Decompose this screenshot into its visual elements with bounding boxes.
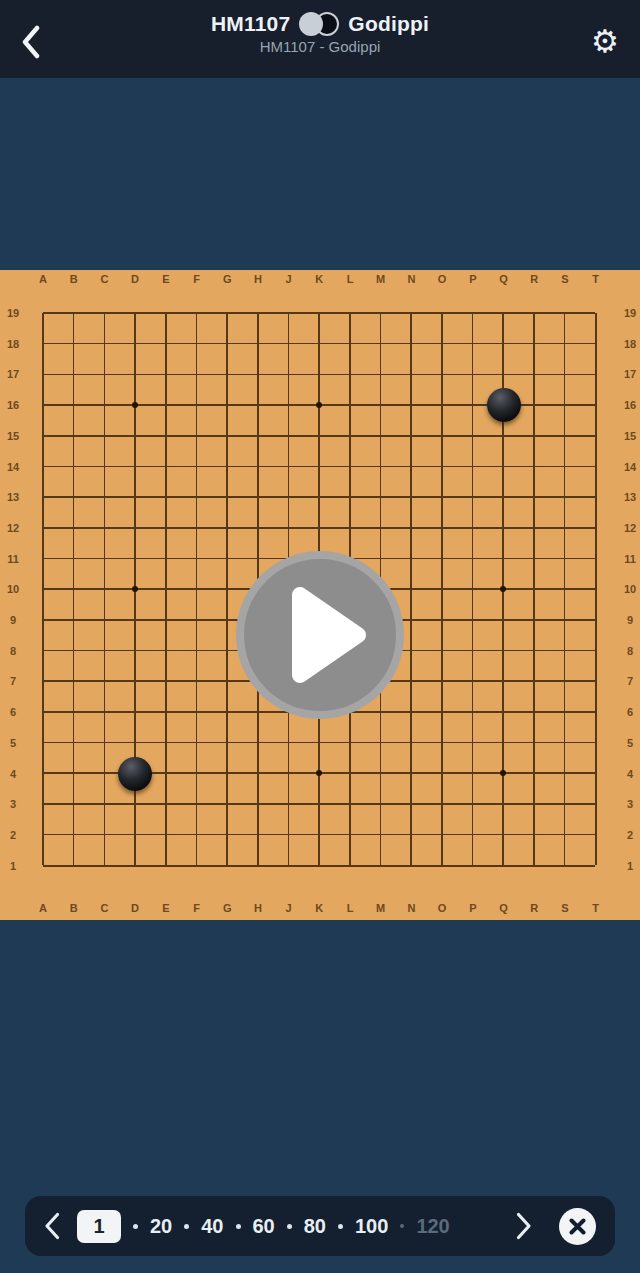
board-intersection[interactable] — [549, 451, 580, 482]
board-intersection[interactable] — [89, 850, 120, 881]
board-intersection[interactable] — [396, 359, 427, 390]
board-intersection[interactable] — [396, 758, 427, 789]
board-intersection[interactable] — [427, 543, 458, 574]
board-intersection[interactable] — [549, 605, 580, 636]
board-intersection[interactable] — [396, 574, 427, 605]
board-intersection[interactable] — [365, 390, 396, 421]
board-intersection[interactable] — [150, 666, 181, 697]
board-intersection[interactable] — [120, 512, 151, 543]
board-intersection[interactable] — [58, 328, 89, 359]
board-intersection[interactable] — [457, 605, 488, 636]
board-intersection[interactable] — [89, 328, 120, 359]
board-intersection[interactable] — [519, 298, 550, 329]
board-intersection[interactable] — [89, 574, 120, 605]
board-intersection[interactable] — [488, 451, 519, 482]
board-intersection[interactable] — [396, 697, 427, 728]
board-intersection[interactable] — [580, 512, 611, 543]
board-intersection[interactable] — [427, 420, 458, 451]
board-intersection[interactable] — [396, 819, 427, 850]
board-intersection[interactable] — [519, 482, 550, 513]
board-intersection[interactable] — [488, 789, 519, 820]
board-intersection[interactable] — [28, 758, 59, 789]
board-intersection[interactable] — [28, 451, 59, 482]
board-intersection[interactable] — [28, 605, 59, 636]
board-intersection[interactable] — [457, 697, 488, 728]
jump-to-move-80[interactable]: 80 — [304, 1215, 326, 1238]
board-intersection[interactable] — [580, 328, 611, 359]
board-intersection[interactable] — [58, 298, 89, 329]
board-intersection[interactable] — [181, 605, 212, 636]
board-intersection[interactable] — [488, 635, 519, 666]
board-intersection[interactable] — [335, 359, 366, 390]
board-intersection[interactable] — [89, 420, 120, 451]
board-intersection[interactable] — [427, 758, 458, 789]
board-intersection[interactable] — [549, 850, 580, 881]
board-intersection[interactable] — [120, 697, 151, 728]
board-intersection[interactable] — [549, 543, 580, 574]
board-intersection[interactable] — [120, 420, 151, 451]
board-intersection[interactable] — [335, 727, 366, 758]
board-intersection[interactable] — [488, 482, 519, 513]
board-intersection[interactable] — [427, 359, 458, 390]
board-intersection[interactable] — [150, 789, 181, 820]
board-intersection[interactable] — [150, 697, 181, 728]
board-intersection[interactable] — [580, 359, 611, 390]
board-intersection[interactable] — [150, 574, 181, 605]
board-intersection[interactable] — [58, 574, 89, 605]
board-intersection[interactable] — [335, 850, 366, 881]
play-button[interactable] — [236, 551, 404, 719]
board-intersection[interactable] — [242, 298, 273, 329]
board-intersection[interactable] — [181, 574, 212, 605]
board-intersection[interactable] — [304, 298, 335, 329]
board-intersection[interactable] — [519, 574, 550, 605]
board-intersection[interactable] — [58, 451, 89, 482]
board-intersection[interactable] — [335, 420, 366, 451]
board-intersection[interactable] — [150, 420, 181, 451]
board-intersection[interactable] — [273, 819, 304, 850]
board-intersection[interactable] — [150, 850, 181, 881]
board-intersection[interactable] — [549, 819, 580, 850]
board-intersection[interactable] — [89, 512, 120, 543]
board-intersection[interactable] — [304, 451, 335, 482]
board-intersection[interactable] — [335, 298, 366, 329]
jump-to-move-100[interactable]: 100 — [355, 1215, 388, 1238]
board-intersection[interactable] — [427, 666, 458, 697]
board-intersection[interactable] — [89, 390, 120, 421]
board-intersection[interactable] — [488, 298, 519, 329]
board-intersection[interactable] — [273, 758, 304, 789]
board-intersection[interactable] — [28, 359, 59, 390]
board-intersection[interactable] — [273, 789, 304, 820]
board-intersection[interactable] — [58, 850, 89, 881]
board-intersection[interactable] — [519, 635, 550, 666]
board-intersection[interactable] — [549, 512, 580, 543]
board-intersection[interactable] — [457, 482, 488, 513]
board-intersection[interactable] — [242, 789, 273, 820]
board-intersection[interactable] — [150, 727, 181, 758]
board-intersection[interactable] — [150, 819, 181, 850]
board-intersection[interactable] — [457, 359, 488, 390]
board-intersection[interactable] — [365, 482, 396, 513]
board-intersection[interactable] — [519, 819, 550, 850]
board-intersection[interactable] — [28, 390, 59, 421]
board-intersection[interactable] — [28, 727, 59, 758]
board-intersection[interactable] — [242, 328, 273, 359]
board-intersection[interactable] — [181, 635, 212, 666]
board-intersection[interactable] — [273, 298, 304, 329]
board-intersection[interactable] — [580, 420, 611, 451]
board-intersection[interactable] — [580, 605, 611, 636]
board-intersection[interactable] — [396, 420, 427, 451]
board-intersection[interactable] — [181, 727, 212, 758]
board-intersection[interactable] — [273, 451, 304, 482]
board-intersection[interactable] — [89, 789, 120, 820]
board-intersection[interactable] — [396, 390, 427, 421]
board-intersection[interactable] — [427, 390, 458, 421]
board-intersection[interactable] — [427, 512, 458, 543]
board-intersection[interactable] — [212, 850, 243, 881]
board-intersection[interactable] — [89, 543, 120, 574]
board-intersection[interactable] — [304, 850, 335, 881]
board-intersection[interactable] — [488, 359, 519, 390]
board-intersection[interactable] — [427, 328, 458, 359]
next-move-button[interactable] — [516, 1212, 532, 1240]
board-intersection[interactable] — [580, 451, 611, 482]
board-intersection[interactable] — [427, 789, 458, 820]
board-intersection[interactable] — [28, 819, 59, 850]
board-intersection[interactable] — [89, 451, 120, 482]
jump-to-move-40[interactable]: 40 — [201, 1215, 223, 1238]
board-intersection[interactable] — [519, 543, 550, 574]
board-intersection[interactable] — [89, 727, 120, 758]
board-intersection[interactable] — [549, 420, 580, 451]
board-intersection[interactable] — [549, 758, 580, 789]
board-intersection[interactable] — [242, 482, 273, 513]
board-intersection[interactable] — [28, 482, 59, 513]
board-intersection[interactable] — [89, 666, 120, 697]
board-intersection[interactable] — [58, 512, 89, 543]
board-intersection[interactable] — [519, 605, 550, 636]
board-intersection[interactable] — [488, 666, 519, 697]
board-intersection[interactable] — [120, 482, 151, 513]
board-intersection[interactable] — [396, 543, 427, 574]
board-intersection[interactable] — [335, 328, 366, 359]
board-intersection[interactable] — [150, 359, 181, 390]
board-intersection[interactable] — [457, 819, 488, 850]
board-intersection[interactable] — [181, 390, 212, 421]
board-intersection[interactable] — [304, 819, 335, 850]
board-intersection[interactable] — [181, 512, 212, 543]
board-intersection[interactable] — [457, 512, 488, 543]
board-intersection[interactable] — [488, 819, 519, 850]
board-intersection[interactable] — [181, 328, 212, 359]
board-intersection[interactable] — [519, 420, 550, 451]
board-intersection[interactable] — [120, 727, 151, 758]
jump-to-move-60[interactable]: 60 — [253, 1215, 275, 1238]
board-intersection[interactable] — [120, 328, 151, 359]
board-intersection[interactable] — [519, 512, 550, 543]
board-intersection[interactable] — [488, 543, 519, 574]
board-intersection[interactable] — [89, 359, 120, 390]
board-intersection[interactable] — [335, 819, 366, 850]
board-intersection[interactable] — [28, 328, 59, 359]
board-intersection[interactable] — [150, 328, 181, 359]
board-intersection[interactable] — [488, 420, 519, 451]
board-intersection[interactable] — [457, 543, 488, 574]
board-intersection[interactable] — [519, 451, 550, 482]
settings-button[interactable]: ⚙︎ — [584, 20, 626, 62]
board-intersection[interactable] — [120, 635, 151, 666]
board-intersection[interactable] — [304, 328, 335, 359]
board-intersection[interactable] — [212, 420, 243, 451]
board-intersection[interactable] — [396, 451, 427, 482]
board-intersection[interactable] — [457, 789, 488, 820]
board-intersection[interactable] — [580, 819, 611, 850]
board-intersection[interactable] — [242, 512, 273, 543]
board-intersection[interactable] — [181, 482, 212, 513]
board-intersection[interactable] — [273, 482, 304, 513]
board-intersection[interactable] — [212, 328, 243, 359]
board-intersection[interactable] — [273, 359, 304, 390]
board-intersection[interactable] — [89, 819, 120, 850]
board-intersection[interactable] — [488, 850, 519, 881]
board-intersection[interactable] — [120, 605, 151, 636]
board-intersection[interactable] — [273, 420, 304, 451]
board-intersection[interactable] — [58, 758, 89, 789]
board-intersection[interactable] — [212, 390, 243, 421]
board-intersection[interactable] — [580, 298, 611, 329]
board-intersection[interactable] — [58, 789, 89, 820]
board-intersection[interactable] — [58, 635, 89, 666]
board-intersection[interactable] — [58, 605, 89, 636]
board-intersection[interactable] — [304, 359, 335, 390]
board-intersection[interactable] — [427, 574, 458, 605]
board-intersection[interactable] — [304, 420, 335, 451]
board-intersection[interactable] — [396, 298, 427, 329]
board-intersection[interactable] — [549, 697, 580, 728]
board-intersection[interactable] — [365, 328, 396, 359]
board-intersection[interactable] — [242, 359, 273, 390]
board-intersection[interactable] — [242, 758, 273, 789]
board-intersection[interactable] — [519, 697, 550, 728]
board-intersection[interactable] — [335, 789, 366, 820]
board-intersection[interactable] — [58, 420, 89, 451]
board-intersection[interactable] — [365, 512, 396, 543]
board-intersection[interactable] — [396, 328, 427, 359]
board-intersection[interactable] — [120, 819, 151, 850]
board-intersection[interactable] — [304, 758, 335, 789]
board-intersection[interactable] — [304, 390, 335, 421]
board-intersection[interactable] — [181, 758, 212, 789]
board-intersection[interactable] — [28, 666, 59, 697]
board-intersection[interactable] — [549, 727, 580, 758]
board-intersection[interactable] — [58, 359, 89, 390]
board-intersection[interactable] — [365, 727, 396, 758]
board-intersection[interactable] — [335, 512, 366, 543]
board-intersection[interactable] — [457, 727, 488, 758]
board-intersection[interactable] — [488, 605, 519, 636]
board-intersection[interactable] — [212, 758, 243, 789]
board-intersection[interactable] — [580, 390, 611, 421]
board-intersection[interactable] — [365, 420, 396, 451]
board-intersection[interactable] — [335, 390, 366, 421]
board-intersection[interactable] — [273, 850, 304, 881]
board-intersection[interactable] — [273, 328, 304, 359]
board-intersection[interactable] — [212, 543, 243, 574]
board-intersection[interactable] — [580, 543, 611, 574]
board-intersection[interactable] — [212, 789, 243, 820]
board-intersection[interactable] — [150, 482, 181, 513]
board-intersection[interactable] — [580, 697, 611, 728]
board-intersection[interactable] — [457, 635, 488, 666]
board-intersection[interactable] — [519, 666, 550, 697]
board-intersection[interactable] — [181, 420, 212, 451]
board-intersection[interactable] — [181, 789, 212, 820]
board-intersection[interactable] — [89, 605, 120, 636]
board-intersection[interactable] — [89, 697, 120, 728]
board-intersection[interactable] — [212, 298, 243, 329]
board-intersection[interactable] — [120, 543, 151, 574]
board-intersection[interactable] — [396, 482, 427, 513]
board-intersection[interactable] — [212, 666, 243, 697]
board-intersection[interactable] — [89, 758, 120, 789]
board-intersection[interactable] — [58, 390, 89, 421]
board-intersection[interactable] — [396, 512, 427, 543]
board-intersection[interactable] — [519, 328, 550, 359]
board-intersection[interactable] — [89, 635, 120, 666]
board-intersection[interactable] — [457, 390, 488, 421]
board-intersection[interactable] — [365, 819, 396, 850]
board-intersection[interactable] — [212, 697, 243, 728]
board-intersection[interactable] — [120, 298, 151, 329]
board-intersection[interactable] — [181, 451, 212, 482]
board-intersection[interactable] — [28, 420, 59, 451]
board-intersection[interactable] — [396, 789, 427, 820]
board-intersection[interactable] — [335, 758, 366, 789]
board-intersection[interactable] — [365, 359, 396, 390]
board-intersection[interactable] — [150, 298, 181, 329]
board-intersection[interactable] — [89, 298, 120, 329]
board-intersection[interactable] — [181, 666, 212, 697]
board-intersection[interactable] — [181, 819, 212, 850]
board-intersection[interactable] — [58, 727, 89, 758]
board-intersection[interactable] — [28, 298, 59, 329]
board-intersection[interactable] — [519, 758, 550, 789]
board-intersection[interactable] — [58, 819, 89, 850]
board-intersection[interactable] — [181, 697, 212, 728]
board-intersection[interactable] — [488, 574, 519, 605]
board-intersection[interactable] — [365, 451, 396, 482]
board-intersection[interactable] — [396, 666, 427, 697]
board-intersection[interactable] — [580, 482, 611, 513]
board-intersection[interactable] — [212, 727, 243, 758]
board-intersection[interactable] — [212, 819, 243, 850]
current-move-number[interactable]: 1 — [77, 1210, 121, 1243]
board-intersection[interactable] — [242, 850, 273, 881]
board-intersection[interactable] — [457, 574, 488, 605]
board-intersection[interactable] — [304, 512, 335, 543]
board-intersection[interactable] — [488, 758, 519, 789]
board-intersection[interactable] — [150, 635, 181, 666]
board-intersection[interactable] — [212, 451, 243, 482]
board-intersection[interactable] — [457, 420, 488, 451]
board-intersection[interactable] — [519, 390, 550, 421]
board-intersection[interactable] — [28, 543, 59, 574]
close-button[interactable] — [559, 1208, 596, 1245]
jump-to-move-20[interactable]: 20 — [150, 1215, 172, 1238]
board-intersection[interactable] — [120, 359, 151, 390]
board-intersection[interactable] — [519, 359, 550, 390]
board-intersection[interactable] — [273, 512, 304, 543]
board-intersection[interactable] — [212, 512, 243, 543]
board-intersection[interactable] — [580, 574, 611, 605]
board-intersection[interactable] — [580, 666, 611, 697]
board-intersection[interactable] — [28, 789, 59, 820]
board-intersection[interactable] — [549, 666, 580, 697]
board-intersection[interactable] — [549, 298, 580, 329]
board-intersection[interactable] — [120, 666, 151, 697]
board-intersection[interactable] — [335, 451, 366, 482]
board-intersection[interactable] — [457, 328, 488, 359]
board-intersection[interactable] — [212, 359, 243, 390]
board-intersection[interactable] — [150, 512, 181, 543]
board-intersection[interactable] — [549, 789, 580, 820]
board-intersection[interactable] — [242, 819, 273, 850]
board-intersection[interactable] — [457, 850, 488, 881]
board-intersection[interactable] — [365, 789, 396, 820]
board-intersection[interactable] — [242, 390, 273, 421]
board-intersection[interactable] — [335, 482, 366, 513]
board-intersection[interactable] — [365, 850, 396, 881]
board-intersection[interactable] — [150, 543, 181, 574]
board-intersection[interactable] — [519, 789, 550, 820]
board-intersection[interactable] — [150, 605, 181, 636]
previous-move-button[interactable] — [44, 1212, 60, 1240]
board-intersection[interactable] — [120, 390, 151, 421]
board-intersection[interactable] — [427, 819, 458, 850]
board-intersection[interactable] — [150, 390, 181, 421]
board-intersection[interactable] — [365, 298, 396, 329]
board-intersection[interactable] — [28, 635, 59, 666]
board-intersection[interactable] — [304, 789, 335, 820]
board-intersection[interactable] — [427, 850, 458, 881]
board-intersection[interactable] — [273, 390, 304, 421]
board-intersection[interactable] — [549, 635, 580, 666]
board-intersection[interactable] — [457, 451, 488, 482]
board-intersection[interactable] — [549, 482, 580, 513]
board-intersection[interactable] — [28, 574, 59, 605]
board-intersection[interactable] — [28, 850, 59, 881]
board-intersection[interactable] — [58, 697, 89, 728]
board-intersection[interactable] — [120, 789, 151, 820]
board-intersection[interactable] — [120, 850, 151, 881]
board-intersection[interactable] — [580, 850, 611, 881]
board-intersection[interactable] — [242, 727, 273, 758]
board-intersection[interactable] — [427, 697, 458, 728]
board-intersection[interactable] — [58, 482, 89, 513]
board-intersection[interactable] — [457, 666, 488, 697]
board-intersection[interactable] — [427, 727, 458, 758]
board-intersection[interactable] — [28, 512, 59, 543]
board-intersection[interactable] — [242, 420, 273, 451]
board-intersection[interactable] — [427, 635, 458, 666]
board-intersection[interactable] — [212, 574, 243, 605]
board-intersection[interactable] — [242, 451, 273, 482]
board-intersection[interactable] — [488, 727, 519, 758]
board-intersection[interactable] — [396, 727, 427, 758]
board-intersection[interactable] — [181, 543, 212, 574]
